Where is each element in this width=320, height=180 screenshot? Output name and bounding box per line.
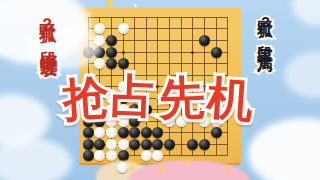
star-icon: ✦ xyxy=(129,164,136,173)
title-char: 抢 xyxy=(61,66,113,131)
black-stone xyxy=(83,150,94,161)
cloud xyxy=(284,52,320,98)
sparkle-icon xyxy=(134,4,137,7)
black-stone xyxy=(129,139,140,150)
cloud xyxy=(0,138,72,180)
white-stone xyxy=(106,150,117,161)
black-stone xyxy=(83,139,94,150)
white-stone xyxy=(94,150,105,161)
black-stone xyxy=(152,139,163,150)
white-stone xyxy=(118,139,129,150)
black-stone xyxy=(199,139,210,150)
star-icon: ✦ xyxy=(224,166,232,176)
star-icon: ✦ xyxy=(184,160,190,168)
white-stone xyxy=(152,150,163,161)
star-icon: ✦ xyxy=(158,164,166,174)
black-stone xyxy=(118,150,129,161)
title-char: 机 xyxy=(205,67,257,132)
black-stone xyxy=(106,35,117,46)
black-stone xyxy=(164,139,175,150)
white-stone xyxy=(118,23,129,34)
white-stone xyxy=(117,162,128,173)
video-thumbnail: ✦ ✦ ✦ ✦ ✦ 抢占先机 野狐2段缠绕进攻 野狐2段第二十八局 xyxy=(0,0,320,180)
star-point xyxy=(122,51,125,54)
video-title: 抢占先机 xyxy=(63,68,255,130)
black-stone xyxy=(211,47,222,58)
cloud xyxy=(248,118,320,180)
black-stone xyxy=(141,139,152,150)
left-caption: 野狐2段缠绕进攻 xyxy=(35,10,59,50)
title-char: 先 xyxy=(158,67,208,131)
black-stone xyxy=(199,35,210,46)
black-stone xyxy=(187,139,198,150)
black-stone xyxy=(106,47,117,58)
right-caption: 野狐2段第二十八局 xyxy=(254,8,275,48)
cloud xyxy=(292,0,320,26)
title-char: 占 xyxy=(110,65,160,129)
white-stone xyxy=(106,139,117,150)
sparkle-icon xyxy=(88,13,90,15)
white-stone xyxy=(141,150,152,161)
white-stone xyxy=(94,23,105,34)
black-stone xyxy=(94,139,105,150)
